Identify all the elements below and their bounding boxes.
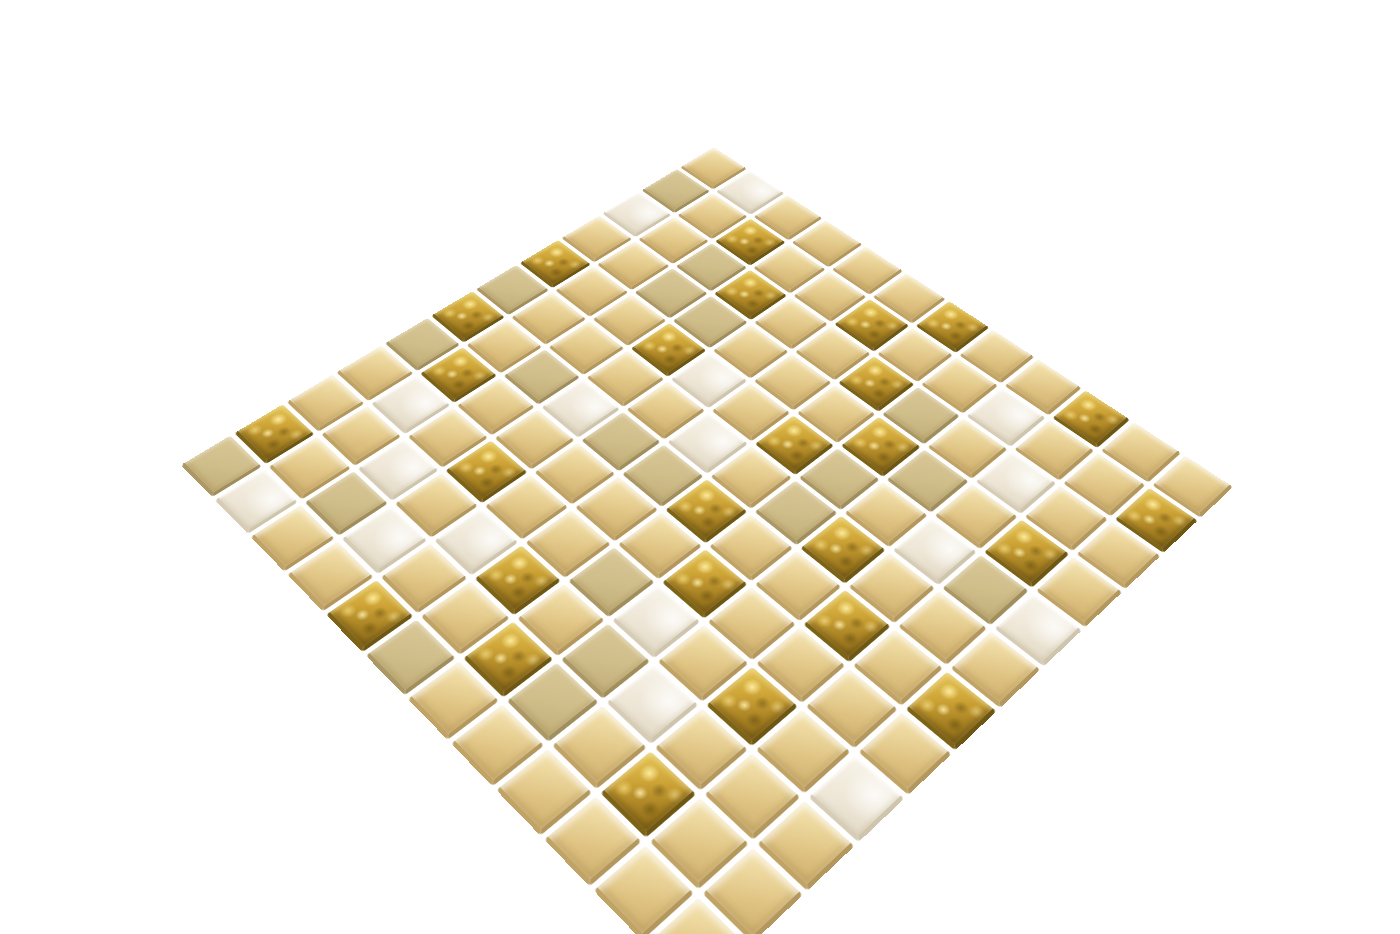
mosaic-board: [181, 147, 1233, 934]
mosaic-sheet-photo: [0, 0, 1400, 934]
